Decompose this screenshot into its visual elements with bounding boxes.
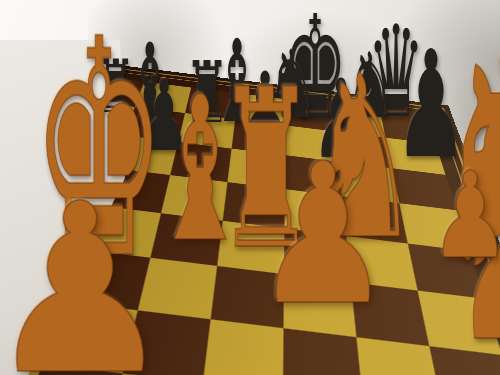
white-pawn[interactable]: ♟ [253,137,393,332]
piece-layer: ♜♝♟♜♝♟♚♞♟♛♞♟♚♝♜♞♟♞♟♟ [0,0,500,375]
white-pawn[interactable]: ♟ [430,156,500,276]
white-pawn[interactable]: ♟ [0,172,175,375]
photo-scene: ♜♝♟♜♝♟♚♞♟♛♞♟♚♝♜♞♟♞♟♟ [0,0,500,375]
